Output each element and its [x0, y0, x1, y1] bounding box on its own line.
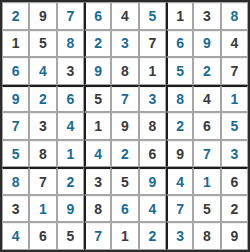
cell-r8c9[interactable]: 2	[221, 195, 248, 223]
cell-r9c9[interactable]: 9	[221, 222, 248, 250]
cell-r8c6[interactable]: 4	[139, 195, 166, 223]
cell-r9c4[interactable]: 7	[84, 222, 111, 250]
cell-r9c8[interactable]: 8	[193, 222, 220, 250]
cell-r2c3[interactable]: 8	[57, 30, 84, 58]
cell-r3c2[interactable]: 4	[29, 57, 56, 85]
cell-r6c6[interactable]: 6	[139, 140, 166, 168]
cell-r2c5[interactable]: 3	[111, 30, 138, 58]
cell-r7c7[interactable]: 4	[166, 167, 193, 195]
cell-r1c9[interactable]: 8	[221, 2, 248, 30]
cell-r7c2[interactable]: 7	[29, 167, 56, 195]
cell-r9c6[interactable]: 2	[139, 222, 166, 250]
cell-r5c3[interactable]: 4	[57, 112, 84, 140]
cell-r6c8[interactable]: 7	[193, 140, 220, 168]
cell-r8c7[interactable]: 7	[166, 195, 193, 223]
cell-r4c6[interactable]: 3	[139, 85, 166, 113]
cell-r3c5[interactable]: 8	[111, 57, 138, 85]
cell-r7c9[interactable]: 6	[221, 167, 248, 195]
cell-r6c3[interactable]: 1	[57, 140, 84, 168]
sudoku-board: 2 9 7 6 4 5 1 3 8 1 5 8 2 3 7 6 9 4 6 4 …	[0, 0, 250, 252]
cell-r2c9[interactable]: 4	[221, 30, 248, 58]
cell-r3c6[interactable]: 1	[139, 57, 166, 85]
cell-r9c3[interactable]: 5	[57, 222, 84, 250]
cell-r3c4[interactable]: 9	[84, 57, 111, 85]
cell-r8c5[interactable]: 6	[111, 195, 138, 223]
cell-r4c9[interactable]: 1	[221, 85, 248, 113]
cell-r2c2[interactable]: 5	[29, 30, 56, 58]
cell-r7c3[interactable]: 2	[57, 167, 84, 195]
cell-r3c9[interactable]: 7	[221, 57, 248, 85]
cell-r1c8[interactable]: 3	[193, 2, 220, 30]
cell-r5c2[interactable]: 3	[29, 112, 56, 140]
cell-r6c7[interactable]: 9	[166, 140, 193, 168]
cell-r3c8[interactable]: 2	[193, 57, 220, 85]
cell-r1c1[interactable]: 2	[2, 2, 29, 30]
cell-r1c2[interactable]: 9	[29, 2, 56, 30]
cell-r4c7[interactable]: 8	[166, 85, 193, 113]
cell-r4c1[interactable]: 9	[2, 85, 29, 113]
cell-r5c4[interactable]: 1	[84, 112, 111, 140]
cell-r4c4[interactable]: 5	[84, 85, 111, 113]
cell-r4c2[interactable]: 2	[29, 85, 56, 113]
cell-r3c1[interactable]: 6	[2, 57, 29, 85]
cell-r6c5[interactable]: 2	[111, 140, 138, 168]
cell-r8c4[interactable]: 8	[84, 195, 111, 223]
cell-r2c1[interactable]: 1	[2, 30, 29, 58]
cell-r4c5[interactable]: 7	[111, 85, 138, 113]
cell-r8c2[interactable]: 1	[29, 195, 56, 223]
cell-r7c6[interactable]: 9	[139, 167, 166, 195]
cell-r1c3[interactable]: 7	[57, 2, 84, 30]
cell-r5c9[interactable]: 5	[221, 112, 248, 140]
cell-r2c6[interactable]: 7	[139, 30, 166, 58]
cell-r4c8[interactable]: 4	[193, 85, 220, 113]
cell-r9c7[interactable]: 3	[166, 222, 193, 250]
cell-r5c1[interactable]: 7	[2, 112, 29, 140]
cell-r6c9[interactable]: 3	[221, 140, 248, 168]
cell-r2c7[interactable]: 6	[166, 30, 193, 58]
cell-r7c5[interactable]: 5	[111, 167, 138, 195]
cell-r6c4[interactable]: 4	[84, 140, 111, 168]
cell-r1c7[interactable]: 1	[166, 2, 193, 30]
cell-r1c5[interactable]: 4	[111, 2, 138, 30]
cell-r7c4[interactable]: 3	[84, 167, 111, 195]
cell-r8c8[interactable]: 5	[193, 195, 220, 223]
cell-r5c6[interactable]: 8	[139, 112, 166, 140]
cell-r9c1[interactable]: 4	[2, 222, 29, 250]
cell-r5c5[interactable]: 9	[111, 112, 138, 140]
cell-r9c5[interactable]: 1	[111, 222, 138, 250]
cell-r8c1[interactable]: 3	[2, 195, 29, 223]
cell-r7c1[interactable]: 8	[2, 167, 29, 195]
cell-r6c1[interactable]: 5	[2, 140, 29, 168]
cell-r8c3[interactable]: 9	[57, 195, 84, 223]
cell-r9c2[interactable]: 6	[29, 222, 56, 250]
cell-r3c7[interactable]: 5	[166, 57, 193, 85]
cell-r1c4[interactable]: 6	[84, 2, 111, 30]
cell-r4c3[interactable]: 6	[57, 85, 84, 113]
cell-r1c6[interactable]: 5	[139, 2, 166, 30]
cell-r5c7[interactable]: 2	[166, 112, 193, 140]
cell-r5c8[interactable]: 6	[193, 112, 220, 140]
cell-r3c3[interactable]: 3	[57, 57, 84, 85]
cell-r2c4[interactable]: 2	[84, 30, 111, 58]
cell-r7c8[interactable]: 1	[193, 167, 220, 195]
cell-r6c2[interactable]: 8	[29, 140, 56, 168]
cell-r2c8[interactable]: 9	[193, 30, 220, 58]
